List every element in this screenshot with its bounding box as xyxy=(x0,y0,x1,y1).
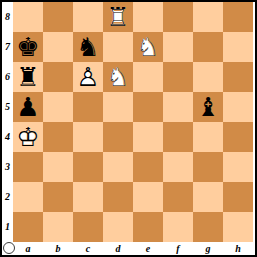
square-h3[interactable] xyxy=(223,152,253,182)
chess-diagram: 87654321 ♜♖♚♞♞♘♜♟♙♞♘♟♝♚♔ abcdefgh xyxy=(0,0,257,257)
square-f4[interactable] xyxy=(163,122,193,152)
file-label-d: d xyxy=(103,242,133,255)
rank-label-8: 8 xyxy=(2,2,13,32)
square-b2[interactable] xyxy=(43,182,73,212)
square-c1[interactable] xyxy=(73,212,103,242)
square-g6[interactable] xyxy=(193,62,223,92)
square-h2[interactable] xyxy=(223,182,253,212)
square-e8[interactable] xyxy=(133,2,163,32)
square-g1[interactable] xyxy=(193,212,223,242)
black-bishop-icon[interactable]: ♝ xyxy=(193,92,223,122)
square-a4[interactable]: ♚♔ xyxy=(13,122,43,152)
square-e1[interactable] xyxy=(133,212,163,242)
square-b7[interactable] xyxy=(43,32,73,62)
square-a7[interactable]: ♚ xyxy=(13,32,43,62)
square-f7[interactable] xyxy=(163,32,193,62)
rank-label-6: 6 xyxy=(2,62,13,92)
square-d3[interactable] xyxy=(103,152,133,182)
white-piece-outline: ♘ xyxy=(133,32,163,62)
rank-label-2: 2 xyxy=(2,182,13,212)
square-e6[interactable] xyxy=(133,62,163,92)
black-piece-glyph: ♜ xyxy=(13,62,43,92)
white-piece-outline: ♙ xyxy=(73,62,103,92)
file-label-f: f xyxy=(163,242,193,255)
rank-label-5: 5 xyxy=(2,92,13,122)
square-h7[interactable] xyxy=(223,32,253,62)
square-b4[interactable] xyxy=(43,122,73,152)
white-king-icon[interactable]: ♚♔ xyxy=(13,122,43,152)
square-b3[interactable] xyxy=(43,152,73,182)
white-pawn-icon[interactable]: ♟♙ xyxy=(73,62,103,92)
square-g5[interactable]: ♝ xyxy=(193,92,223,122)
file-label-c: c xyxy=(73,242,103,255)
white-piece-outline: ♔ xyxy=(13,122,43,152)
square-a2[interactable] xyxy=(13,182,43,212)
black-rook-icon[interactable]: ♜ xyxy=(13,62,43,92)
square-b1[interactable] xyxy=(43,212,73,242)
square-e7[interactable]: ♞♘ xyxy=(133,32,163,62)
square-g7[interactable] xyxy=(193,32,223,62)
white-rook-icon[interactable]: ♜♖ xyxy=(103,2,133,32)
file-label-a: a xyxy=(13,242,43,255)
square-a1[interactable] xyxy=(13,212,43,242)
rank-label-4: 4 xyxy=(2,122,13,152)
square-c8[interactable] xyxy=(73,2,103,32)
file-labels: abcdefgh xyxy=(13,242,253,255)
square-g2[interactable] xyxy=(193,182,223,212)
square-f8[interactable] xyxy=(163,2,193,32)
square-h4[interactable] xyxy=(223,122,253,152)
square-d6[interactable]: ♞♘ xyxy=(103,62,133,92)
file-label-e: e xyxy=(133,242,163,255)
black-piece-glyph: ♚ xyxy=(13,32,43,62)
square-g3[interactable] xyxy=(193,152,223,182)
square-d2[interactable] xyxy=(103,182,133,212)
square-g8[interactable] xyxy=(193,2,223,32)
square-a3[interactable] xyxy=(13,152,43,182)
chess-board[interactable]: ♜♖♚♞♞♘♜♟♙♞♘♟♝♚♔ xyxy=(13,2,253,242)
white-knight-icon[interactable]: ♞♘ xyxy=(103,62,133,92)
square-h5[interactable] xyxy=(223,92,253,122)
square-d7[interactable] xyxy=(103,32,133,62)
square-e5[interactable] xyxy=(133,92,163,122)
square-b5[interactable] xyxy=(43,92,73,122)
black-pawn-icon[interactable]: ♟ xyxy=(13,92,43,122)
square-h1[interactable] xyxy=(223,212,253,242)
black-piece-glyph: ♟ xyxy=(13,92,43,122)
file-label-g: g xyxy=(193,242,223,255)
square-c4[interactable] xyxy=(73,122,103,152)
square-b8[interactable] xyxy=(43,2,73,32)
square-f5[interactable] xyxy=(163,92,193,122)
square-f6[interactable] xyxy=(163,62,193,92)
rank-label-7: 7 xyxy=(2,32,13,62)
file-label-b: b xyxy=(43,242,73,255)
black-king-icon[interactable]: ♚ xyxy=(13,32,43,62)
black-piece-glyph: ♞ xyxy=(73,32,103,62)
square-d1[interactable] xyxy=(103,212,133,242)
white-piece-outline: ♘ xyxy=(103,62,133,92)
square-b6[interactable] xyxy=(43,62,73,92)
rank-label-1: 1 xyxy=(2,212,13,242)
square-g4[interactable] xyxy=(193,122,223,152)
square-d5[interactable] xyxy=(103,92,133,122)
square-e3[interactable] xyxy=(133,152,163,182)
square-d4[interactable] xyxy=(103,122,133,152)
side-to-move-indicator xyxy=(3,242,15,254)
square-a6[interactable]: ♜ xyxy=(13,62,43,92)
square-c7[interactable]: ♞ xyxy=(73,32,103,62)
square-c2[interactable] xyxy=(73,182,103,212)
square-f1[interactable] xyxy=(163,212,193,242)
file-label-h: h xyxy=(223,242,253,255)
white-piece-outline: ♖ xyxy=(103,2,133,32)
square-d8[interactable]: ♜♖ xyxy=(103,2,133,32)
square-c5[interactable] xyxy=(73,92,103,122)
rank-labels: 87654321 xyxy=(2,2,13,242)
square-f3[interactable] xyxy=(163,152,193,182)
square-h8[interactable] xyxy=(223,2,253,32)
rank-label-3: 3 xyxy=(2,152,13,182)
white-knight-icon[interactable]: ♞♘ xyxy=(133,32,163,62)
square-a5[interactable]: ♟ xyxy=(13,92,43,122)
square-c3[interactable] xyxy=(73,152,103,182)
black-piece-glyph: ♝ xyxy=(193,92,223,122)
square-f2[interactable] xyxy=(163,182,193,212)
black-knight-icon[interactable]: ♞ xyxy=(73,32,103,62)
square-e2[interactable] xyxy=(133,182,163,212)
square-c6[interactable]: ♟♙ xyxy=(73,62,103,92)
square-a8[interactable] xyxy=(13,2,43,32)
square-e4[interactable] xyxy=(133,122,163,152)
square-h6[interactable] xyxy=(223,62,253,92)
